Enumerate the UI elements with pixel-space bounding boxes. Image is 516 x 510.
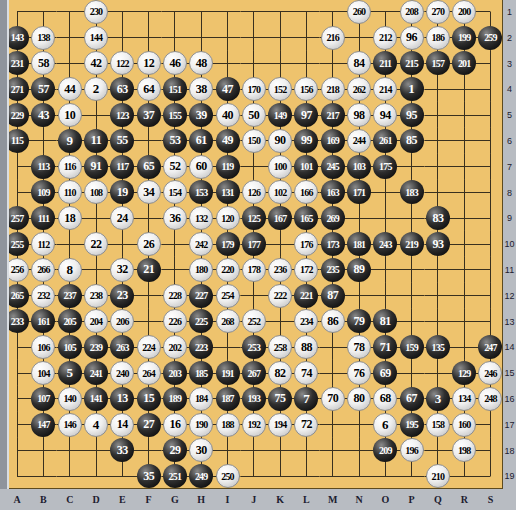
black-stone-B17: 147 [31,413,55,437]
intersection-D6: 11 [83,128,109,154]
column-label-B: B [35,494,51,505]
white-stone-F10: 26 [137,232,161,256]
black-stone-B4: 57 [31,77,55,101]
white-stone-F8: 34 [137,180,161,204]
intersection-O2: 212 [372,25,398,51]
intersection-C1 [57,0,83,25]
black-stone-D7: 91 [84,155,108,179]
intersection-L9: 165 [293,205,319,231]
intersection-I8: 131 [214,180,240,206]
column-label-D: D [88,494,104,505]
intersection-K9: 167 [267,205,293,231]
intersection-K18 [267,438,293,464]
white-stone-N14: 78 [347,335,371,359]
intersection-Q8 [425,180,451,206]
white-stone-F14: 224 [137,335,161,359]
row-label-15: 15 [503,368,516,378]
intersection-D7: 91 [83,154,109,180]
white-stone-H16: 184 [189,387,213,411]
intersection-N5: 98 [346,102,372,128]
black-stone-I15: 191 [216,361,240,385]
white-stone-G8: 154 [163,180,187,204]
intersection-E15: 240 [109,360,135,386]
column-label-F: F [141,494,157,505]
black-stone-E4: 63 [110,77,134,101]
intersection-A12: 265 [9,283,30,309]
white-stone-K7: 100 [268,155,292,179]
intersection-H11: 180 [188,257,214,283]
white-stone-C4: 44 [58,77,82,101]
intersection-P6: 85 [398,128,424,154]
white-stone-I5: 40 [216,103,240,127]
intersection-G18: 29 [162,438,188,464]
intersection-N8: 171 [346,180,372,206]
intersection-I9: 120 [214,205,240,231]
black-stone-C6: 9 [58,129,82,153]
intersection-C18 [57,438,83,464]
intersection-H5: 39 [188,102,214,128]
black-stone-O15: 69 [373,361,397,385]
column-label-R: R [456,494,472,505]
intersection-P4: 1 [398,76,424,102]
intersection-A7 [9,154,30,180]
intersection-E4: 63 [109,76,135,102]
intersection-F7: 65 [135,154,161,180]
intersection-C5: 10 [57,102,83,128]
row-label-7: 7 [503,162,516,172]
intersection-I7: 119 [214,154,240,180]
intersection-Q4 [425,76,451,102]
intersection-K12: 222 [267,283,293,309]
intersection-C4: 44 [57,76,83,102]
white-stone-N15: 76 [347,361,371,385]
black-stone-G16: 189 [163,387,187,411]
intersection-D4: 2 [83,76,109,102]
intersection-I19: 250 [214,463,240,489]
row-label-12: 12 [503,291,516,301]
white-stone-I19: 250 [216,464,240,488]
intersection-N12 [346,283,372,309]
intersection-R18: 198 [451,438,477,464]
black-stone-H15: 185 [189,361,213,385]
intersection-P10: 219 [398,231,424,257]
intersection-R13 [451,309,477,335]
black-stone-J9: 125 [242,206,266,230]
black-stone-E7: 117 [110,155,134,179]
intersection-I15: 191 [214,360,240,386]
white-stone-K8: 102 [268,180,292,204]
row-label-2: 2 [503,33,516,43]
black-stone-Q16: 3 [426,387,450,411]
white-stone-R16: 134 [452,387,476,411]
black-stone-A6: 115 [9,129,29,153]
intersection-A19 [9,463,30,489]
intersection-I5: 40 [214,102,240,128]
row-label-5: 5 [503,110,516,120]
white-stone-S15: 246 [478,361,502,385]
white-stone-S16: 248 [478,387,502,411]
white-stone-K12: 222 [268,284,292,308]
intersection-J12 [241,283,267,309]
column-label-N: N [351,494,367,505]
black-stone-A9: 257 [9,206,29,230]
intersection-J18 [241,438,267,464]
intersection-H3: 48 [188,51,214,77]
intersection-R9 [451,205,477,231]
white-stone-I9: 120 [216,206,240,230]
black-stone-A12: 265 [9,284,29,308]
intersection-D10: 22 [83,231,109,257]
black-stone-J16: 193 [242,387,266,411]
intersection-B5: 43 [30,102,56,128]
intersection-P19 [398,463,424,489]
column-label-S: S [483,494,499,505]
white-stone-K15: 82 [268,361,292,385]
intersection-S11 [477,257,503,283]
intersection-P16: 67 [398,386,424,412]
intersection-G2 [162,25,188,51]
intersection-D3: 42 [83,51,109,77]
intersection-E7: 117 [109,154,135,180]
row-label-4: 4 [503,84,516,94]
black-stone-L7: 101 [294,155,318,179]
black-stone-F17: 27 [137,413,161,437]
black-stone-P8: 183 [400,180,424,204]
white-stone-J5: 50 [242,103,266,127]
intersection-H6: 61 [188,128,214,154]
intersection-L15: 74 [293,360,319,386]
column-label-P: P [404,494,420,505]
white-stone-H9: 132 [189,206,213,230]
column-label-E: E [114,494,130,505]
intersection-C16: 140 [57,386,83,412]
intersection-H1 [188,0,214,25]
black-stone-O10: 243 [373,232,397,256]
intersection-L7: 101 [293,154,319,180]
intersection-P18: 196 [398,438,424,464]
black-stone-P17: 195 [400,413,424,437]
black-stone-S14: 247 [478,335,502,359]
intersection-O19 [372,463,398,489]
intersection-G16: 189 [162,386,188,412]
black-stone-E5: 123 [110,103,134,127]
black-stone-G15: 203 [163,361,187,385]
black-stone-O6: 261 [373,129,397,153]
intersection-C7: 116 [57,154,83,180]
intersection-G14: 202 [162,334,188,360]
intersection-K10 [267,231,293,257]
intersection-D5 [83,102,109,128]
white-stone-L11: 172 [294,258,318,282]
white-stone-N16: 80 [347,387,371,411]
black-stone-O3: 211 [373,51,397,75]
intersection-F9 [135,205,161,231]
intersection-P17: 195 [398,412,424,438]
white-stone-G17: 16 [163,413,187,437]
intersection-S4 [477,76,503,102]
white-stone-E9: 24 [110,206,134,230]
row-label-19: 19 [503,471,516,481]
intersection-O6: 261 [372,128,398,154]
white-stone-H11: 180 [189,258,213,282]
intersection-M12: 87 [320,283,346,309]
black-stone-M5: 217 [321,103,345,127]
intersection-Q13 [425,309,451,335]
intersection-S14: 247 [477,334,503,360]
intersection-L4: 156 [293,76,319,102]
black-stone-H8: 153 [189,180,213,204]
black-stone-D15: 241 [84,361,108,385]
white-stone-H18: 30 [189,438,213,462]
white-stone-C9: 18 [58,206,82,230]
intersection-N18 [346,438,372,464]
black-stone-E16: 13 [110,387,134,411]
intersection-H15: 185 [188,360,214,386]
black-stone-N7: 103 [347,155,371,179]
black-stone-I4: 47 [216,77,240,101]
intersection-M14 [320,334,346,360]
white-stone-Q19: 210 [426,464,450,488]
intersection-M4: 218 [320,76,346,102]
intersection-J16: 193 [241,386,267,412]
intersection-H17: 190 [188,412,214,438]
intersection-Q6 [425,128,451,154]
intersection-N15: 76 [346,360,372,386]
intersection-O8 [372,180,398,206]
intersection-N7: 103 [346,154,372,180]
black-stone-Q10: 93 [426,232,450,256]
intersection-J3 [241,51,267,77]
intersection-D18 [83,438,109,464]
intersection-L6: 99 [293,128,319,154]
intersection-J9: 125 [241,205,267,231]
intersection-B14: 106 [30,334,56,360]
white-stone-K4: 152 [268,77,292,101]
intersection-F3: 12 [135,51,161,77]
intersection-A16 [9,386,30,412]
intersection-A9: 257 [9,205,30,231]
intersection-P1: 208 [398,0,424,25]
black-stone-O14: 71 [373,335,397,359]
intersection-S7 [477,154,503,180]
intersection-B4: 57 [30,76,56,102]
intersection-H2 [188,25,214,51]
column-label-M: M [325,494,341,505]
intersection-F11: 21 [135,257,161,283]
black-stone-A5: 229 [9,103,29,127]
black-stone-I8: 131 [216,180,240,204]
black-stone-L5: 97 [294,103,318,127]
intersection-E2 [109,25,135,51]
intersection-J15: 267 [241,360,267,386]
window-left-border [0,0,9,510]
row-label-8: 8 [503,188,516,198]
intersection-L16: 7 [293,386,319,412]
white-stone-L8: 166 [294,180,318,204]
white-stone-N6: 244 [347,129,371,153]
intersection-L18 [293,438,319,464]
black-stone-D14: 239 [84,335,108,359]
intersection-G7: 52 [162,154,188,180]
intersection-F10: 26 [135,231,161,257]
intersection-O11 [372,257,398,283]
intersection-A15 [9,360,30,386]
intersection-P11 [398,257,424,283]
intersection-N10: 181 [346,231,372,257]
intersection-L8: 166 [293,180,319,206]
row-label-18: 18 [503,446,516,456]
intersection-K3 [267,51,293,77]
intersection-O10: 243 [372,231,398,257]
column-label-C: C [62,494,78,505]
intersection-J5: 50 [241,102,267,128]
intersection-H16: 184 [188,386,214,412]
white-stone-G7: 52 [163,155,187,179]
white-stone-O16: 68 [373,387,397,411]
black-stone-S2: 259 [478,26,502,50]
black-stone-G18: 29 [163,438,187,462]
intersection-B9: 111 [30,205,56,231]
intersection-Q16: 3 [425,386,451,412]
black-stone-D16: 141 [84,387,108,411]
intersection-M15 [320,360,346,386]
black-stone-I16: 187 [216,387,240,411]
intersection-R5 [451,102,477,128]
intersection-J19 [241,463,267,489]
black-stone-G5: 155 [163,103,187,127]
intersection-J8: 126 [241,180,267,206]
intersection-H10: 242 [188,231,214,257]
black-stone-A13: 233 [9,309,29,333]
column-label-J: J [246,494,262,505]
intersection-G17: 16 [162,412,188,438]
intersection-O4: 214 [372,76,398,102]
black-stone-I10: 179 [216,232,240,256]
intersection-N4: 262 [346,76,372,102]
intersection-M10: 173 [320,231,346,257]
row-label-9: 9 [503,213,516,223]
white-stone-D17: 4 [84,413,108,437]
black-stone-B5: 43 [31,103,55,127]
intersection-F15: 264 [135,360,161,386]
intersection-Q10: 93 [425,231,451,257]
intersection-S2: 259 [477,25,503,51]
intersection-R2: 199 [451,25,477,51]
black-stone-A10: 255 [9,232,29,256]
black-stone-F7: 65 [137,155,161,179]
black-stone-F19: 35 [137,464,161,488]
white-stone-F15: 264 [137,361,161,385]
white-stone-L17: 72 [294,413,318,437]
intersection-Q15 [425,360,451,386]
intersection-E12: 23 [109,283,135,309]
intersection-M7: 245 [320,154,346,180]
white-stone-D4: 2 [84,77,108,101]
white-stone-D10: 22 [84,232,108,256]
intersection-Q18 [425,438,451,464]
intersection-C6: 9 [57,128,83,154]
intersection-R10 [451,231,477,257]
intersection-Q2: 186 [425,25,451,51]
intersection-G1 [162,0,188,25]
intersection-F14: 224 [135,334,161,360]
white-stone-R17: 160 [452,413,476,437]
black-stone-M6: 169 [321,129,345,153]
intersection-F5: 37 [135,102,161,128]
row-label-11: 11 [503,265,516,275]
black-stone-C14: 105 [58,335,82,359]
white-stone-K6: 90 [268,129,292,153]
intersection-O12 [372,283,398,309]
intersection-S9 [477,205,503,231]
black-stone-E18: 33 [110,438,134,462]
black-stone-D6: 11 [84,129,108,153]
white-stone-N5: 98 [347,103,371,127]
white-stone-E15: 240 [110,361,134,385]
intersection-R8 [451,180,477,206]
intersection-S5 [477,102,503,128]
black-stone-L9: 165 [294,206,318,230]
black-stone-E6: 55 [110,129,134,153]
intersection-D11 [83,257,109,283]
intersection-R19 [451,463,477,489]
white-stone-C11: 8 [58,258,82,282]
intersection-J17: 192 [241,412,267,438]
intersection-H13: 225 [188,309,214,335]
black-stone-G4: 151 [163,77,187,101]
black-stone-H19: 249 [189,464,213,488]
intersection-E5: 123 [109,102,135,128]
black-stone-O7: 175 [373,155,397,179]
intersection-F16: 15 [135,386,161,412]
white-stone-B10: 112 [31,232,55,256]
intersection-S3 [477,51,503,77]
black-stone-O13: 81 [373,309,397,333]
black-stone-M8: 163 [321,180,345,204]
intersection-A3: 231 [9,51,30,77]
black-stone-B8: 109 [31,180,55,204]
intersection-R4 [451,76,477,102]
row-label-10: 10 [503,239,516,249]
intersection-H9: 132 [188,205,214,231]
white-stone-G13: 226 [163,309,187,333]
black-stone-E12: 23 [110,284,134,308]
white-stone-O5: 94 [373,103,397,127]
black-stone-K5: 149 [268,103,292,127]
black-stone-H12: 227 [189,284,213,308]
white-stone-P18: 196 [400,438,424,462]
white-stone-O17: 6 [373,413,397,437]
row-label-17: 17 [503,420,516,430]
intersection-O15: 69 [372,360,398,386]
intersection-A11: 256 [9,257,30,283]
intersection-K6: 90 [267,128,293,154]
intersection-A1 [9,0,30,25]
intersection-B15: 104 [30,360,56,386]
white-stone-D8: 108 [84,180,108,204]
intersection-Q7 [425,154,451,180]
black-stone-L12: 221 [294,284,318,308]
intersection-M8: 163 [320,180,346,206]
intersection-G10 [162,231,188,257]
intersection-A13: 233 [9,309,30,335]
white-stone-L10: 176 [294,232,318,256]
intersection-Q3: 157 [425,51,451,77]
black-stone-F16: 15 [137,387,161,411]
intersection-R15: 129 [451,360,477,386]
intersection-R3: 201 [451,51,477,77]
intersection-H14: 223 [188,334,214,360]
